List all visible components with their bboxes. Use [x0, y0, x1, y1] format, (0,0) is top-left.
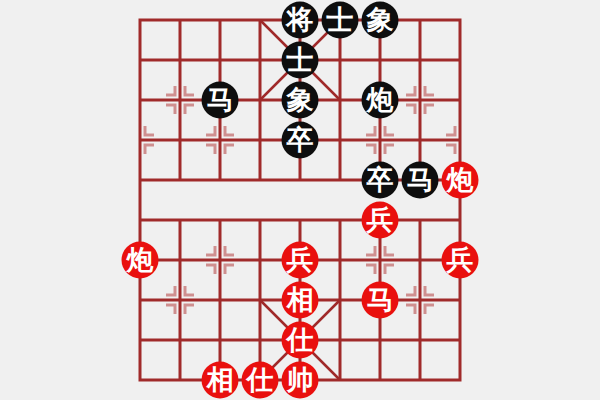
red-soldier[interactable]: 兵	[282, 242, 319, 279]
red-cannon[interactable]: 炮	[122, 242, 159, 279]
red-horse[interactable]: 马	[362, 282, 399, 319]
black-elephant[interactable]: 象	[282, 82, 319, 119]
pieces-layer: 将士象士马象炮卒卒马炮兵炮兵兵相马仕相仕帅	[0, 0, 600, 400]
black-general[interactable]: 将	[282, 2, 319, 39]
black-soldier[interactable]: 卒	[282, 122, 319, 159]
red-advisor[interactable]: 仕	[282, 322, 319, 359]
red-advisor[interactable]: 仕	[242, 362, 279, 399]
xiangqi-board-app: 将士象士马象炮卒卒马炮兵炮兵兵相马仕相仕帅	[0, 0, 600, 400]
red-soldier[interactable]: 兵	[442, 242, 479, 279]
red-general[interactable]: 帅	[282, 362, 319, 399]
black-horse[interactable]: 马	[202, 82, 239, 119]
black-cannon[interactable]: 炮	[362, 82, 399, 119]
black-advisor[interactable]: 士	[282, 42, 319, 79]
red-elephant[interactable]: 相	[282, 282, 319, 319]
black-horse[interactable]: 马	[402, 162, 439, 199]
red-elephant[interactable]: 相	[202, 362, 239, 399]
black-elephant[interactable]: 象	[362, 2, 399, 39]
red-soldier[interactable]: 兵	[362, 202, 399, 239]
black-soldier[interactable]: 卒	[362, 162, 399, 199]
black-advisor[interactable]: 士	[322, 2, 359, 39]
red-cannon[interactable]: 炮	[442, 162, 479, 199]
